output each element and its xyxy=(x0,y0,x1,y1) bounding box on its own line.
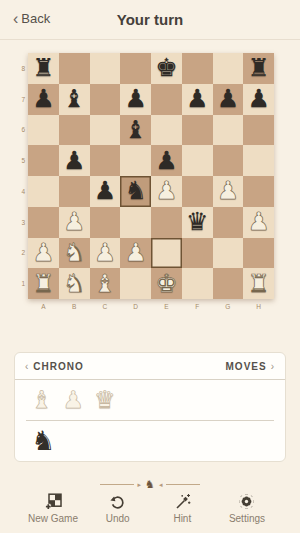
square-a2[interactable]: ♟ xyxy=(28,238,59,269)
square-c8[interactable] xyxy=(90,53,121,84)
bottom-toolbar: ▸ ♞ ◂ New Game xyxy=(0,477,300,533)
rank-label: 1 xyxy=(16,268,25,299)
square-h4[interactable] xyxy=(243,176,274,207)
piece-white-pawn: ♟ xyxy=(155,176,177,206)
square-d5[interactable] xyxy=(120,145,151,176)
piece-white-pawn: ♟ xyxy=(124,238,146,268)
captured-white-queen: ♛ xyxy=(94,388,116,412)
square-b1[interactable]: ♞ xyxy=(59,268,90,299)
square-a5[interactable] xyxy=(28,145,59,176)
square-e5[interactable]: ♟ xyxy=(151,145,182,176)
square-h7[interactable]: ♟ xyxy=(243,84,274,115)
square-a8[interactable]: ♜ xyxy=(28,53,59,84)
square-d4[interactable]: ♞ xyxy=(120,176,151,207)
chevron-right-icon: › xyxy=(271,361,275,372)
piece-white-rook: ♜ xyxy=(32,269,54,299)
piece-black-king: ♚ xyxy=(155,53,177,83)
captured-pieces: ♝♟♛♞ xyxy=(15,380,285,460)
square-b8[interactable] xyxy=(59,53,90,84)
settings-label: Settings xyxy=(229,513,265,524)
captured-row-white: ♝♟♛ xyxy=(15,380,285,420)
file-labels: ABCDEFGH xyxy=(28,300,274,310)
piece-black-pawn: ♟ xyxy=(32,84,54,114)
square-f1[interactable] xyxy=(182,268,213,299)
piece-black-rook: ♜ xyxy=(32,53,54,83)
square-d8[interactable] xyxy=(120,53,151,84)
hint-button[interactable]: Hint xyxy=(151,493,213,524)
square-e4[interactable]: ♟ xyxy=(151,176,182,207)
undo-arrow-icon xyxy=(109,493,126,510)
piece-black-pawn: ♟ xyxy=(217,84,239,114)
piece-black-knight: ♞ xyxy=(124,176,146,206)
square-d2[interactable]: ♟ xyxy=(120,238,151,269)
square-c2[interactable]: ♟ xyxy=(90,238,121,269)
piece-black-queen: ♛ xyxy=(186,207,208,237)
square-c6[interactable] xyxy=(90,115,121,146)
piece-white-pawn: ♟ xyxy=(217,176,239,206)
square-e2[interactable] xyxy=(151,238,182,269)
square-c1[interactable]: ♝ xyxy=(90,268,121,299)
piece-white-pawn: ♟ xyxy=(63,207,85,237)
piece-white-pawn: ♟ xyxy=(247,207,269,237)
square-e8[interactable]: ♚ xyxy=(151,53,182,84)
square-g7[interactable]: ♟ xyxy=(213,84,244,115)
square-d7[interactable]: ♟ xyxy=(120,84,151,115)
divider-line xyxy=(166,484,200,485)
file-label: F xyxy=(182,300,213,310)
piece-white-pawn: ♟ xyxy=(94,238,116,268)
header: ‹ Back Your turn xyxy=(0,0,300,40)
square-b6[interactable] xyxy=(59,115,90,146)
square-f2[interactable] xyxy=(182,238,213,269)
game-info-card: ‹ CHRONO MOVES › ♝♟♛♞ xyxy=(14,352,286,462)
divider-line xyxy=(100,484,134,485)
piece-white-bishop: ♝ xyxy=(94,269,116,299)
rank-label: 3 xyxy=(16,207,25,238)
square-a6[interactable] xyxy=(28,115,59,146)
file-label: A xyxy=(28,300,59,310)
piece-black-bishop: ♝ xyxy=(63,84,85,114)
file-label: D xyxy=(120,300,151,310)
magic-wand-icon xyxy=(174,493,191,510)
square-h8[interactable]: ♜ xyxy=(243,53,274,84)
square-f8[interactable] xyxy=(182,53,213,84)
tab-moves-label: MOVES xyxy=(226,361,267,372)
square-h6[interactable] xyxy=(243,115,274,146)
piece-black-bishop: ♝ xyxy=(124,115,146,145)
new-game-button[interactable]: New Game xyxy=(22,493,84,524)
square-a4[interactable] xyxy=(28,176,59,207)
piece-white-rook: ♜ xyxy=(247,269,269,299)
square-f6[interactable] xyxy=(182,115,213,146)
piece-white-knight: ♞ xyxy=(63,269,85,299)
captured-white-bishop: ♝ xyxy=(31,388,53,412)
undo-label: Undo xyxy=(106,513,130,524)
square-g8[interactable] xyxy=(213,53,244,84)
square-a7[interactable]: ♟ xyxy=(28,84,59,115)
rank-label: 8 xyxy=(16,53,25,84)
piece-black-pawn: ♟ xyxy=(155,146,177,176)
piece-black-pawn: ♟ xyxy=(63,146,85,176)
piece-white-pawn: ♟ xyxy=(32,238,54,268)
file-label: B xyxy=(59,300,90,310)
file-label: C xyxy=(90,300,121,310)
chevron-left-icon: ‹ xyxy=(25,361,29,372)
hint-label: Hint xyxy=(173,513,191,524)
file-label: G xyxy=(213,300,244,310)
square-h3[interactable]: ♟ xyxy=(243,207,274,238)
knight-emblem-icon: ♞ xyxy=(145,479,155,490)
square-e3[interactable] xyxy=(151,207,182,238)
square-g4[interactable]: ♟ xyxy=(213,176,244,207)
tab-moves[interactable]: MOVES › xyxy=(226,361,275,372)
square-b4[interactable] xyxy=(59,176,90,207)
new-game-board-icon xyxy=(45,493,62,510)
piece-black-pawn: ♟ xyxy=(124,84,146,114)
square-e7[interactable] xyxy=(151,84,182,115)
tab-chrono-label: CHRONO xyxy=(33,361,83,372)
captured-black-knight: ♞ xyxy=(31,429,55,453)
tab-chrono[interactable]: ‹ CHRONO xyxy=(25,361,84,372)
square-h2[interactable] xyxy=(243,238,274,269)
square-g2[interactable] xyxy=(213,238,244,269)
square-f3[interactable]: ♛ xyxy=(182,207,213,238)
square-a3[interactable] xyxy=(28,207,59,238)
arrow-left-icon: ◂ xyxy=(159,481,163,488)
rank-label: 2 xyxy=(16,238,25,269)
card-tabs: ‹ CHRONO MOVES › xyxy=(15,353,285,380)
square-f4[interactable] xyxy=(182,176,213,207)
rank-labels: 87654321 xyxy=(16,53,25,299)
rank-label: 5 xyxy=(16,145,25,176)
square-c3[interactable] xyxy=(90,207,121,238)
arrow-right-icon: ▸ xyxy=(138,481,142,488)
square-c7[interactable] xyxy=(90,84,121,115)
piece-white-king: ♚ xyxy=(155,269,177,299)
captured-white-pawn: ♟ xyxy=(63,388,85,412)
gear-icon xyxy=(238,493,255,510)
board-area: 87654321 ♜♚♜♟♝♟♟♟♟♝♟♟♟♞♟♟♟♛♟♟♞♟♟♜♞♝♚♜ AB… xyxy=(28,53,274,299)
toolbar-divider: ▸ ♞ ◂ xyxy=(0,477,300,491)
rank-label: 6 xyxy=(16,115,25,146)
square-b3[interactable]: ♟ xyxy=(59,207,90,238)
square-b2[interactable]: ♞ xyxy=(59,238,90,269)
chess-board: ♜♚♜♟♝♟♟♟♟♝♟♟♟♞♟♟♟♛♟♟♞♟♟♜♞♝♚♜ xyxy=(28,53,274,299)
square-h1[interactable]: ♜ xyxy=(243,268,274,299)
square-h5[interactable] xyxy=(243,145,274,176)
square-e6[interactable] xyxy=(151,115,182,146)
new-game-label: New Game xyxy=(28,513,78,524)
square-f5[interactable] xyxy=(182,145,213,176)
square-e1[interactable]: ♚ xyxy=(151,268,182,299)
piece-black-pawn: ♟ xyxy=(186,84,208,114)
square-a1[interactable]: ♜ xyxy=(28,268,59,299)
page-title: Your turn xyxy=(0,11,300,28)
square-d3[interactable] xyxy=(120,207,151,238)
square-c5[interactable] xyxy=(90,145,121,176)
piece-black-pawn: ♟ xyxy=(247,84,269,114)
undo-button[interactable]: Undo xyxy=(87,493,149,524)
square-c4[interactable]: ♟ xyxy=(90,176,121,207)
square-g3[interactable] xyxy=(213,207,244,238)
square-f7[interactable]: ♟ xyxy=(182,84,213,115)
square-g6[interactable] xyxy=(213,115,244,146)
square-g5[interactable] xyxy=(213,145,244,176)
square-d6[interactable]: ♝ xyxy=(120,115,151,146)
square-d1[interactable] xyxy=(120,268,151,299)
file-label: H xyxy=(243,300,274,310)
square-b7[interactable]: ♝ xyxy=(59,84,90,115)
piece-black-pawn: ♟ xyxy=(94,176,116,206)
rank-label: 4 xyxy=(16,176,25,207)
square-g1[interactable] xyxy=(213,268,244,299)
piece-white-knight: ♞ xyxy=(63,238,85,268)
rank-label: 7 xyxy=(16,84,25,115)
captured-row-black: ♞ xyxy=(26,420,274,460)
file-label: E xyxy=(151,300,182,310)
settings-button[interactable]: Settings xyxy=(216,493,278,524)
square-b5[interactable]: ♟ xyxy=(59,145,90,176)
piece-black-rook: ♜ xyxy=(247,53,269,83)
